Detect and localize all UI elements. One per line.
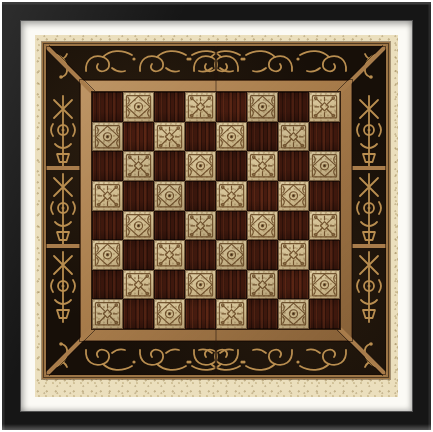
square-ornament (185, 270, 216, 300)
top-scroll-ornament (86, 51, 244, 72)
square-ornament (216, 181, 247, 211)
square[interactable] (154, 240, 185, 270)
square-ornament (92, 181, 123, 211)
square-ornament (154, 122, 185, 152)
square[interactable] (278, 270, 309, 300)
square[interactable] (216, 270, 247, 300)
square[interactable] (92, 122, 123, 152)
square-ornament (216, 122, 247, 152)
square[interactable] (123, 181, 154, 211)
square-ornament (123, 270, 154, 300)
square[interactable] (247, 151, 278, 181)
square-ornament (309, 211, 340, 241)
square[interactable] (185, 181, 216, 211)
square[interactable] (154, 181, 185, 211)
square-ornament (309, 92, 340, 122)
parchment-background (35, 35, 398, 397)
square[interactable] (123, 240, 154, 270)
square[interactable] (216, 122, 247, 152)
square-ornament (278, 299, 309, 329)
square[interactable] (92, 211, 123, 241)
framed-chessboard-print (0, 0, 433, 432)
square[interactable] (247, 270, 278, 300)
square[interactable] (185, 299, 216, 329)
square[interactable] (154, 270, 185, 300)
square[interactable] (216, 299, 247, 329)
square-ornament (309, 270, 340, 300)
square[interactable] (123, 211, 154, 241)
square-ornament (247, 211, 278, 241)
square[interactable] (185, 122, 216, 152)
square-ornament (185, 92, 216, 122)
square[interactable] (309, 151, 340, 181)
square[interactable] (247, 122, 278, 152)
square[interactable] (185, 240, 216, 270)
square[interactable] (185, 211, 216, 241)
square-ornament (309, 151, 340, 181)
square[interactable] (247, 240, 278, 270)
top-scroll-ornament-mirror (188, 51, 346, 72)
square[interactable] (278, 211, 309, 241)
square[interactable] (123, 151, 154, 181)
square[interactable] (216, 211, 247, 241)
square-ornament (216, 240, 247, 270)
square[interactable] (278, 122, 309, 152)
square-ornament (154, 240, 185, 270)
square[interactable] (92, 240, 123, 270)
square[interactable] (92, 270, 123, 300)
square-ornament (92, 122, 123, 152)
square-ornament (123, 211, 154, 241)
square-ornament (278, 181, 309, 211)
square[interactable] (278, 240, 309, 270)
square-ornament (247, 270, 278, 300)
square[interactable] (247, 211, 278, 241)
square[interactable] (247, 299, 278, 329)
square[interactable] (154, 151, 185, 181)
square-ornament (247, 151, 278, 181)
antique-chessboard (42, 42, 390, 379)
square-ornament (154, 181, 185, 211)
right-trophy-ornaments (357, 96, 381, 322)
square[interactable] (185, 270, 216, 300)
square-ornament (123, 92, 154, 122)
square[interactable] (216, 151, 247, 181)
square[interactable] (185, 92, 216, 122)
square[interactable] (154, 299, 185, 329)
square-ornament (278, 240, 309, 270)
square[interactable] (92, 181, 123, 211)
square[interactable] (123, 299, 154, 329)
square[interactable] (123, 122, 154, 152)
square[interactable] (309, 122, 340, 152)
left-trophy-ornaments (51, 96, 75, 322)
square[interactable] (154, 122, 185, 152)
square[interactable] (309, 299, 340, 329)
square[interactable] (123, 92, 154, 122)
square[interactable] (185, 151, 216, 181)
square[interactable] (247, 181, 278, 211)
square[interactable] (309, 270, 340, 300)
square[interactable] (216, 240, 247, 270)
square[interactable] (278, 151, 309, 181)
square-ornament (185, 211, 216, 241)
square-ornament (92, 299, 123, 329)
square[interactable] (92, 151, 123, 181)
square[interactable] (92, 92, 123, 122)
square-ornament (247, 92, 278, 122)
square-ornament (185, 151, 216, 181)
board-grid (92, 92, 340, 329)
square[interactable] (216, 92, 247, 122)
square-ornament (92, 240, 123, 270)
square[interactable] (92, 299, 123, 329)
square[interactable] (309, 181, 340, 211)
square[interactable] (154, 92, 185, 122)
square[interactable] (278, 92, 309, 122)
square[interactable] (309, 211, 340, 241)
square[interactable] (154, 211, 185, 241)
square-ornament (216, 299, 247, 329)
square[interactable] (216, 181, 247, 211)
square[interactable] (309, 240, 340, 270)
square[interactable] (278, 181, 309, 211)
square[interactable] (309, 92, 340, 122)
square-ornament (123, 151, 154, 181)
square-ornament (278, 122, 309, 152)
square[interactable] (247, 92, 278, 122)
square[interactable] (123, 270, 154, 300)
square[interactable] (278, 299, 309, 329)
square-ornament (154, 299, 185, 329)
